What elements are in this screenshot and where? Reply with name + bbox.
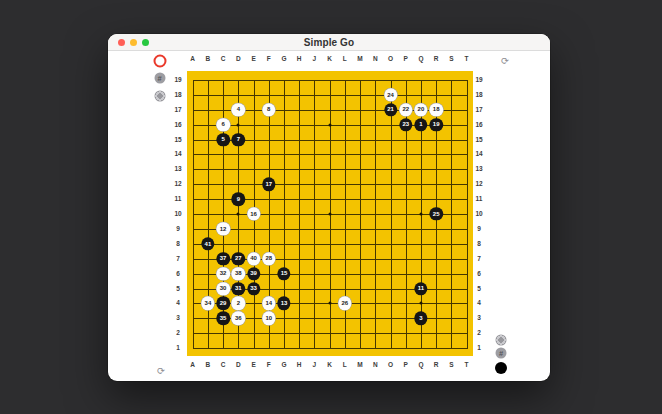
grid-line	[193, 229, 468, 230]
coordinate-label: F	[267, 56, 271, 63]
coordinate-label: 18	[174, 92, 181, 99]
stone-Q5[interactable]: 11	[414, 282, 427, 295]
grid-line	[375, 80, 376, 349]
coordinate-label: 2	[176, 330, 180, 337]
star-point	[328, 302, 331, 305]
coordinate-label: A	[190, 56, 195, 63]
coordinate-label: 14	[475, 151, 482, 158]
gray-stone-icon[interactable]	[154, 91, 165, 102]
coordinate-label: E	[251, 56, 255, 63]
coordinate-label: M	[357, 362, 362, 369]
stone-C6[interactable]: 32	[216, 267, 229, 280]
stone-B8[interactable]: 41	[201, 237, 214, 250]
coordinate-label: L	[343, 56, 347, 63]
stone-C7[interactable]: 37	[216, 252, 229, 265]
refresh-icon[interactable]: ⟳	[501, 55, 509, 66]
coordinate-label: 7	[477, 255, 481, 262]
stone-E6[interactable]: 39	[247, 267, 260, 280]
coordinate-label: 4	[477, 300, 481, 307]
stone-D4[interactable]: 2	[232, 297, 245, 310]
coordinate-label: J	[313, 56, 317, 63]
window-title: Simple Go	[108, 37, 550, 48]
coordinate-label: 12	[475, 181, 482, 188]
grid-line	[193, 244, 468, 245]
coordinate-label: 15	[475, 136, 482, 143]
coordinate-label: 9	[477, 226, 481, 233]
coordinate-label: 5	[176, 285, 180, 292]
stone-F12[interactable]: 17	[262, 178, 275, 191]
grid-line	[467, 80, 468, 349]
hash-glyph: #	[499, 349, 503, 358]
gray-stone-icon[interactable]	[496, 335, 507, 346]
app-window: Simple Go # # ⟳ ⟳ ABCDEFGHJKLMNOPQRST AB…	[108, 34, 550, 381]
stone-F17[interactable]: 8	[262, 103, 275, 116]
stone-E7[interactable]: 40	[247, 252, 260, 265]
stone-E10[interactable]: 16	[247, 207, 260, 220]
coordinate-label: O	[388, 56, 393, 63]
coordinate-label: Q	[418, 362, 423, 369]
coordinate-label: 19	[475, 77, 482, 84]
coordinate-label: H	[297, 56, 302, 63]
coordinate-label: D	[236, 362, 241, 369]
refresh-icon[interactable]: ⟳	[157, 365, 165, 376]
stone-G4[interactable]: 13	[277, 297, 290, 310]
stone-Q16[interactable]: 1	[414, 118, 427, 131]
coordinate-label: 18	[475, 92, 482, 99]
coordinate-label: 1	[477, 345, 481, 352]
coordinate-label: T	[465, 362, 469, 369]
stone-F3[interactable]: 10	[262, 312, 275, 325]
coordinate-label: 3	[176, 315, 180, 322]
coordinate-label: S	[449, 362, 453, 369]
stone-D17[interactable]: 4	[232, 103, 245, 116]
coordinate-label: 16	[475, 121, 482, 128]
coordinate-label: P	[404, 56, 408, 63]
coordinate-label: A	[190, 362, 195, 369]
stone-O17[interactable]: 21	[384, 103, 397, 116]
coordinate-label: E	[251, 362, 255, 369]
grid-line	[193, 348, 468, 349]
stone-E5[interactable]: 33	[247, 282, 260, 295]
grid-line	[451, 80, 452, 349]
coordinate-label: C	[221, 56, 226, 63]
coordinate-label: 10	[475, 211, 482, 218]
stone-F7[interactable]: 28	[262, 252, 275, 265]
coordinate-label: 11	[476, 196, 483, 203]
stone-Q17[interactable]: 20	[414, 103, 427, 116]
coordinate-label: K	[327, 56, 332, 63]
coordinate-label: C	[221, 362, 226, 369]
coordinate-label: 7	[176, 255, 180, 262]
stone-R16[interactable]: 19	[429, 118, 442, 131]
stone-D15[interactable]: 7	[232, 133, 245, 146]
coordinate-label: 8	[176, 241, 180, 248]
grid-line	[360, 80, 361, 349]
coordinate-label: B	[206, 362, 211, 369]
stone-C15[interactable]: 5	[216, 133, 229, 146]
coordinate-label: D	[236, 56, 241, 63]
stone-R17[interactable]: 18	[429, 103, 442, 116]
coordinate-label: G	[281, 56, 286, 63]
coordinate-label: S	[449, 56, 453, 63]
coordinate-label: K	[327, 362, 332, 369]
stone-F4[interactable]: 14	[262, 297, 275, 310]
coordinate-label: O	[388, 362, 393, 369]
coordinate-label: J	[313, 362, 317, 369]
stone-B4[interactable]: 34	[201, 297, 214, 310]
coordinate-label: 1	[176, 345, 180, 352]
star-point	[419, 302, 422, 305]
stone-D3[interactable]: 36	[232, 312, 245, 325]
stone-L4[interactable]: 26	[338, 297, 351, 310]
coordinate-label: 11	[175, 196, 182, 203]
coordinate-label: 9	[176, 226, 180, 233]
star-point	[328, 213, 331, 216]
coordinate-label: N	[373, 56, 378, 63]
coordinate-label: Q	[418, 56, 423, 63]
coordinate-label: 17	[475, 107, 482, 114]
coordinate-label: 17	[174, 107, 181, 114]
coordinate-label: B	[206, 56, 211, 63]
coordinate-label: 5	[477, 285, 481, 292]
stone-C9[interactable]: 12	[216, 222, 229, 235]
stone-P16[interactable]: 23	[399, 118, 412, 131]
stone-C16[interactable]: 6	[216, 118, 229, 131]
coordinate-label: M	[357, 56, 362, 63]
stone-D5[interactable]: 31	[232, 282, 245, 295]
coordinate-label: 19	[174, 77, 181, 84]
coordinate-label: 12	[174, 181, 181, 188]
coordinate-label: 6	[477, 270, 481, 277]
star-point	[237, 213, 240, 216]
coordinate-label: L	[343, 362, 347, 369]
star-point	[237, 123, 240, 126]
coordinate-label: P	[404, 362, 408, 369]
coordinate-label: R	[434, 362, 439, 369]
coordinate-label: T	[465, 56, 469, 63]
black-stone-icon[interactable]	[495, 362, 507, 374]
star-point	[419, 213, 422, 216]
stone-R10[interactable]: 25	[429, 207, 442, 220]
stone-P17[interactable]: 22	[399, 103, 412, 116]
coordinate-label: G	[281, 362, 286, 369]
stone-D11[interactable]: 9	[232, 192, 245, 205]
desktop: { "window": { "title": "Simple Go", "tra…	[0, 0, 662, 414]
coordinate-label: R	[434, 56, 439, 63]
coordinate-label: 15	[174, 136, 181, 143]
stone-C4[interactable]: 29	[216, 297, 229, 310]
coordinate-label: 4	[176, 300, 180, 307]
hash-glyph: #	[157, 74, 161, 83]
coordinate-label: 10	[174, 211, 181, 218]
coordinate-label: 13	[174, 166, 181, 173]
coordinate-label: N	[373, 362, 378, 369]
coordinate-label: H	[297, 362, 302, 369]
coordinate-label: 2	[477, 330, 481, 337]
coordinate-label: F	[267, 362, 271, 369]
stone-C3[interactable]: 35	[216, 312, 229, 325]
hash-circle-icon[interactable]: #	[154, 73, 165, 84]
coordinate-label: 6	[176, 270, 180, 277]
grid-line	[391, 80, 392, 349]
stone-O18[interactable]: 24	[384, 88, 397, 101]
go-board[interactable]: 1234567891011121314151617181920212223242…	[187, 71, 473, 356]
stone-D7[interactable]: 27	[232, 252, 245, 265]
coordinate-label: 3	[477, 315, 481, 322]
grid-line	[193, 333, 468, 334]
coordinate-label: 14	[174, 151, 181, 158]
stone-C5[interactable]: 30	[216, 282, 229, 295]
star-point	[328, 123, 331, 126]
hash-circle-icon[interactable]: #	[496, 348, 507, 359]
coordinate-label: 13	[475, 166, 482, 173]
red-ring-icon[interactable]	[154, 55, 167, 68]
coordinate-label: 16	[174, 121, 181, 128]
stone-G6[interactable]: 15	[277, 267, 290, 280]
title-bar: Simple Go	[108, 34, 550, 51]
stone-D6[interactable]: 38	[232, 267, 245, 280]
coordinate-label: 8	[477, 241, 481, 248]
stone-Q3[interactable]: 3	[414, 312, 427, 325]
